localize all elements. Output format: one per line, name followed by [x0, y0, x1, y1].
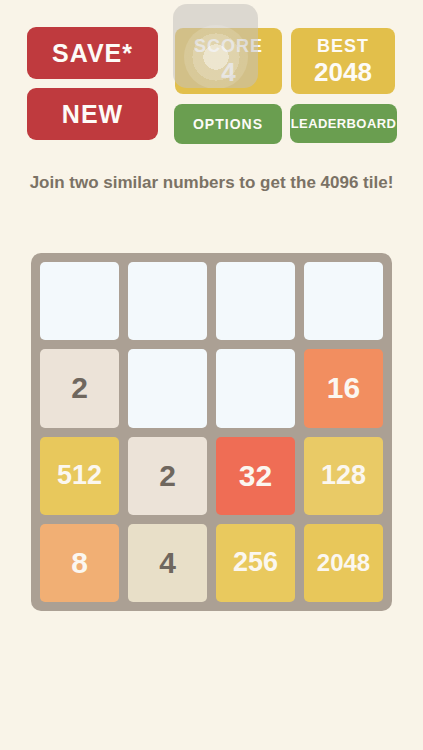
empty-cell [128, 349, 207, 427]
best-box: BEST 2048 [291, 28, 395, 94]
tile-16: 16 [304, 349, 383, 427]
tile-128: 128 [304, 437, 383, 515]
touch-indicator-overlay [173, 4, 258, 88]
tile-8: 8 [40, 524, 119, 602]
empty-cell [216, 262, 295, 340]
empty-cell [40, 262, 119, 340]
tile-4: 4 [128, 524, 207, 602]
leaderboard-button[interactable]: LEADERBOARD [290, 104, 397, 143]
tile-2: 2 [40, 349, 119, 427]
new-button[interactable]: NEW [27, 88, 158, 140]
empty-cell [128, 262, 207, 340]
tile-256: 256 [216, 524, 295, 602]
empty-cell [304, 262, 383, 340]
tile-2: 2 [128, 437, 207, 515]
tap-glow-icon [184, 25, 248, 88]
best-label: BEST [317, 37, 369, 56]
options-button[interactable]: OPTIONS [174, 104, 282, 144]
tile-512: 512 [40, 437, 119, 515]
save-button[interactable]: SAVE* [27, 27, 158, 79]
app-screen: SAVE* NEW SCORE 4 BEST 2048 OPTIONS LEAD… [0, 0, 423, 750]
game-board[interactable]: 216512232128842562048 [31, 253, 392, 611]
tile-32: 32 [216, 437, 295, 515]
tile-2048: 2048 [304, 524, 383, 602]
instruction-text: Join two similar numbers to get the 4096… [0, 172, 423, 193]
best-value: 2048 [314, 59, 372, 86]
empty-cell [216, 349, 295, 427]
